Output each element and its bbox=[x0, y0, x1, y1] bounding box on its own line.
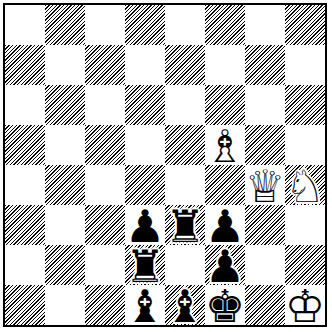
square-f5[interactable]: ♝♗ bbox=[205, 125, 245, 165]
square-b5[interactable] bbox=[45, 125, 85, 165]
square-f3[interactable]: ♟ bbox=[205, 205, 245, 245]
square-h7[interactable] bbox=[285, 45, 325, 85]
square-e8[interactable] bbox=[165, 5, 205, 45]
black-pawn-piece: ♟ bbox=[205, 245, 245, 285]
square-f6[interactable] bbox=[205, 85, 245, 125]
piece-glyph: ♜ bbox=[125, 247, 165, 285]
piece-glyph: ♔ bbox=[285, 287, 325, 325]
square-c2[interactable] bbox=[85, 245, 125, 285]
square-g4[interactable]: ♛♕ bbox=[245, 165, 285, 205]
square-d2[interactable]: ♜ bbox=[125, 245, 165, 285]
square-c8[interactable] bbox=[85, 5, 125, 45]
piece-glyph: ♘ bbox=[285, 167, 325, 205]
square-e2[interactable] bbox=[165, 245, 205, 285]
square-e5[interactable] bbox=[165, 125, 205, 165]
square-d7[interactable] bbox=[125, 45, 165, 85]
square-g8[interactable] bbox=[245, 5, 285, 45]
square-c6[interactable] bbox=[85, 85, 125, 125]
piece-glyph: ♝ bbox=[165, 287, 205, 325]
square-d3[interactable]: ♟ bbox=[125, 205, 165, 245]
square-b8[interactable] bbox=[45, 5, 85, 45]
square-g5[interactable] bbox=[245, 125, 285, 165]
board-frame: ♝♗♛♕♞♘♟♜♟♜♟♝♝♚♚♔ bbox=[3, 3, 327, 327]
square-f1[interactable]: ♚ bbox=[205, 285, 245, 325]
square-b3[interactable] bbox=[45, 205, 85, 245]
square-g2[interactable] bbox=[245, 245, 285, 285]
square-a2[interactable] bbox=[5, 245, 45, 285]
piece-glyph: ♕ bbox=[245, 167, 285, 205]
black-rook-piece: ♜ bbox=[125, 245, 165, 285]
black-bishop-piece: ♝ bbox=[125, 285, 165, 325]
square-h8[interactable] bbox=[285, 5, 325, 45]
square-h6[interactable] bbox=[285, 85, 325, 125]
square-a1[interactable] bbox=[5, 285, 45, 325]
piece-glyph: ♝ bbox=[125, 287, 165, 325]
square-g1[interactable] bbox=[245, 285, 285, 325]
square-b2[interactable] bbox=[45, 245, 85, 285]
black-bishop-piece: ♝ bbox=[165, 285, 205, 325]
square-e3[interactable]: ♜ bbox=[165, 205, 205, 245]
white-piece-underlay: ♚ bbox=[285, 287, 325, 325]
black-pawn-piece: ♟ bbox=[125, 205, 165, 245]
white-knight-piece: ♞♘ bbox=[285, 165, 325, 205]
black-king-piece: ♚ bbox=[205, 285, 245, 325]
square-h5[interactable] bbox=[285, 125, 325, 165]
square-a5[interactable] bbox=[5, 125, 45, 165]
square-a4[interactable] bbox=[5, 165, 45, 205]
square-f8[interactable] bbox=[205, 5, 245, 45]
square-a8[interactable] bbox=[5, 5, 45, 45]
piece-glyph: ♟ bbox=[205, 247, 245, 285]
square-h3[interactable] bbox=[285, 205, 325, 245]
square-g3[interactable] bbox=[245, 205, 285, 245]
square-f7[interactable] bbox=[205, 45, 245, 85]
square-g6[interactable] bbox=[245, 85, 285, 125]
white-queen-piece: ♛♕ bbox=[245, 165, 285, 205]
square-e7[interactable] bbox=[165, 45, 205, 85]
piece-glyph: ♗ bbox=[205, 127, 245, 165]
square-h1[interactable]: ♚♔ bbox=[285, 285, 325, 325]
square-a6[interactable] bbox=[5, 85, 45, 125]
chess-diagram: ♝♗♛♕♞♘♟♜♟♜♟♝♝♚♚♔ bbox=[0, 0, 332, 332]
square-a3[interactable] bbox=[5, 205, 45, 245]
white-piece-underlay: ♛ bbox=[245, 167, 285, 205]
square-e6[interactable] bbox=[165, 85, 205, 125]
square-d4[interactable] bbox=[125, 165, 165, 205]
white-bishop-piece: ♝♗ bbox=[205, 125, 245, 165]
square-h2[interactable] bbox=[285, 245, 325, 285]
square-h4[interactable]: ♞♘ bbox=[285, 165, 325, 205]
square-c1[interactable] bbox=[85, 285, 125, 325]
square-c5[interactable] bbox=[85, 125, 125, 165]
square-b1[interactable] bbox=[45, 285, 85, 325]
square-d5[interactable] bbox=[125, 125, 165, 165]
square-g7[interactable] bbox=[245, 45, 285, 85]
square-f4[interactable] bbox=[205, 165, 245, 205]
piece-glyph: ♜ bbox=[165, 207, 205, 245]
chess-board: ♝♗♛♕♞♘♟♜♟♜♟♝♝♚♚♔ bbox=[5, 5, 325, 325]
square-c4[interactable] bbox=[85, 165, 125, 205]
white-piece-underlay: ♞ bbox=[285, 167, 325, 205]
square-f2[interactable]: ♟ bbox=[205, 245, 245, 285]
white-king-piece: ♚♔ bbox=[285, 285, 325, 325]
square-e4[interactable] bbox=[165, 165, 205, 205]
square-c7[interactable] bbox=[85, 45, 125, 85]
square-d1[interactable]: ♝ bbox=[125, 285, 165, 325]
square-d6[interactable] bbox=[125, 85, 165, 125]
square-c3[interactable] bbox=[85, 205, 125, 245]
square-e1[interactable]: ♝ bbox=[165, 285, 205, 325]
black-rook-piece: ♜ bbox=[165, 205, 205, 245]
piece-glyph: ♟ bbox=[205, 207, 245, 245]
square-b6[interactable] bbox=[45, 85, 85, 125]
black-pawn-piece: ♟ bbox=[205, 205, 245, 245]
piece-glyph: ♟ bbox=[125, 207, 165, 245]
square-b7[interactable] bbox=[45, 45, 85, 85]
square-b4[interactable] bbox=[45, 165, 85, 205]
square-a7[interactable] bbox=[5, 45, 45, 85]
white-piece-underlay: ♝ bbox=[205, 127, 245, 165]
square-d8[interactable] bbox=[125, 5, 165, 45]
piece-glyph: ♚ bbox=[205, 287, 245, 325]
